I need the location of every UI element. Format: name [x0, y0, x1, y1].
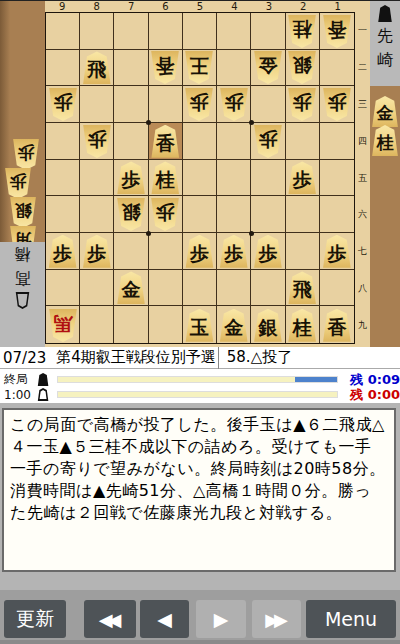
- board-cell-8-2[interactable]: 飛: [80, 50, 114, 87]
- gote-clock-row: 1:00 残 0:00: [0, 387, 400, 402]
- board-cell-9-3[interactable]: 歩: [46, 86, 80, 123]
- next-move-button[interactable]: ▶: [196, 600, 246, 638]
- piece-gote-王: 王: [184, 51, 214, 84]
- board-cell-5-2[interactable]: 王: [183, 50, 217, 87]
- update-button[interactable]: 更新: [4, 600, 66, 638]
- file-labels: 987654321: [45, 1, 355, 12]
- piece-gote-歩: 歩: [322, 88, 352, 121]
- commentary-text: この局面で高橋が投了した。後手玉は▲６二飛成△４一玉▲５三桂不成以下の詰めろ。受…: [4, 410, 394, 528]
- piece-sente-桂: 桂: [150, 161, 180, 194]
- piece-gote-歩: 歩: [253, 125, 283, 158]
- board-cell-1-2[interactable]: [320, 50, 354, 87]
- piece-sente-歩: 歩: [322, 235, 352, 268]
- board-cell-7-1[interactable]: [114, 13, 148, 50]
- hand-piece-桂: 桂: [371, 125, 399, 156]
- sente-piece-icon: [378, 5, 393, 22]
- board-cell-4-4[interactable]: [217, 123, 251, 160]
- board-cell-6-2[interactable]: 香: [149, 50, 183, 87]
- fast-forward-icon: ▶▶: [265, 609, 288, 630]
- piece-gote-香: 香: [322, 15, 352, 48]
- commentary-section: この局面で高橋が投了した。後手玉は▲６二飛成△４一玉▲５三桂不成以下の詰めろ。受…: [0, 403, 400, 590]
- board-cell-2-1[interactable]: 桂: [286, 13, 320, 50]
- file-label: 8: [79, 1, 113, 12]
- rank-label: 六: [355, 196, 370, 233]
- piece-sente-桂: 桂: [287, 309, 317, 342]
- piece-sente-歩: 歩: [287, 161, 317, 194]
- board-cell-3-9[interactable]: 銀: [251, 306, 285, 343]
- board-cell-6-4[interactable]: 香: [149, 123, 183, 160]
- piece-sente-金: 金: [219, 309, 249, 342]
- board-cell-7-8[interactable]: 金: [114, 270, 148, 307]
- piece-sente-歩: 歩: [116, 161, 146, 194]
- board-cell-5-3[interactable]: 歩: [183, 86, 217, 123]
- piece-sente-歩: 歩: [82, 235, 112, 268]
- board-cell-2-3[interactable]: 歩: [286, 86, 320, 123]
- piece-gote-歩: 歩: [219, 88, 249, 121]
- board-cell-2-7[interactable]: [286, 233, 320, 270]
- rank-label: 一: [355, 12, 370, 49]
- piece-gote-歩: 歩: [82, 125, 112, 158]
- file-label: 6: [148, 1, 182, 12]
- star-point: [146, 231, 151, 236]
- piece-sente-香: 香: [150, 125, 180, 158]
- rank-label: 四: [355, 123, 370, 160]
- clock-panel: 終局 残 0:09 1:00 残 0:00: [0, 369, 400, 403]
- board-cell-2-6[interactable]: [286, 196, 320, 233]
- board-cell-2-8[interactable]: 飛: [286, 270, 320, 307]
- file-label: 4: [217, 1, 251, 12]
- board-cell-6-7[interactable]: [149, 233, 183, 270]
- board-cell-4-9[interactable]: 金: [217, 306, 251, 343]
- board-cell-9-4[interactable]: [46, 123, 80, 160]
- rank-label: 三: [355, 86, 370, 123]
- board-cell-8-8[interactable]: [80, 270, 114, 307]
- header-divider: [218, 347, 219, 369]
- piece-gote-馬: 馬: [48, 309, 78, 342]
- board-cell-5-6[interactable]: [183, 196, 217, 233]
- board-cell-7-6[interactable]: 銀: [114, 196, 148, 233]
- board-zone: 987654321 一二三四五六七八九 桂香飛香王金銀歩歩歩歩歩歩香歩歩桂歩銀歩…: [0, 0, 400, 347]
- file-label: 5: [183, 1, 217, 12]
- game-header: 07/23 第4期叡王戦段位別予選 58.△投了: [0, 347, 400, 369]
- gote-hand-tray[interactable]: 歩歩銀角: [0, 1, 45, 242]
- board-cell-3-1[interactable]: [251, 13, 285, 50]
- board-cell-9-1[interactable]: [46, 13, 80, 50]
- rank-label: 七: [355, 233, 370, 270]
- piece-sente-金: 金: [116, 271, 146, 304]
- file-label: 2: [286, 1, 320, 12]
- commentary-box[interactable]: この局面で高橋が投了した。後手玉は▲６二飛成△４一玉▲５三桂不成以下の詰めろ。受…: [2, 408, 396, 572]
- board-cell-7-9[interactable]: [114, 306, 148, 343]
- rank-label: 二: [355, 49, 370, 86]
- event-name: 第4期叡王戦段位別予選: [56, 348, 216, 367]
- star-point: [249, 120, 254, 125]
- board-cell-4-6[interactable]: [217, 196, 251, 233]
- board-cell-5-7[interactable]: 歩: [183, 233, 217, 270]
- board-cell-1-3[interactable]: 歩: [320, 86, 354, 123]
- rank-label: 九: [355, 307, 370, 344]
- sente-piece-icon: [37, 373, 49, 386]
- board-cell-8-4[interactable]: 歩: [80, 123, 114, 160]
- rank-label: 五: [355, 160, 370, 197]
- sente-clock-label: 終局: [4, 371, 33, 388]
- board-cell-6-5[interactable]: 桂: [149, 160, 183, 197]
- piece-sente-香: 香: [322, 309, 352, 342]
- board-cell-6-3[interactable]: [149, 86, 183, 123]
- board-cell-8-6[interactable]: [80, 196, 114, 233]
- piece-gote-歩: 歩: [150, 198, 180, 231]
- piece-gote-歩: 歩: [287, 88, 317, 121]
- file-label: 9: [45, 1, 79, 12]
- menu-button[interactable]: Menu: [306, 600, 396, 638]
- board-cell-1-6[interactable]: [320, 196, 354, 233]
- board-cell-1-1[interactable]: 香: [320, 13, 354, 50]
- file-label: 3: [252, 1, 286, 12]
- board-cell-9-6[interactable]: [46, 196, 80, 233]
- board-cell-7-4[interactable]: [114, 123, 148, 160]
- board-cell-9-5[interactable]: [46, 160, 80, 197]
- star-point: [146, 120, 151, 125]
- board-cell-2-5[interactable]: 歩: [286, 160, 320, 197]
- fast-forward-button[interactable]: ▶▶: [252, 600, 301, 638]
- board-cell-3-5[interactable]: [251, 160, 285, 197]
- board-cell-1-7[interactable]: 歩: [320, 233, 354, 270]
- piece-gote-銀: 銀: [287, 51, 317, 84]
- gote-time-bar: [57, 391, 338, 398]
- board-cell-7-7[interactable]: [114, 233, 148, 270]
- board-cell-3-7[interactable]: 歩: [251, 233, 285, 270]
- board-cell-8-9[interactable]: [80, 306, 114, 343]
- gote-clock-label: 1:00: [4, 388, 33, 402]
- board-cell-1-5[interactable]: [320, 160, 354, 197]
- board-cell-8-3[interactable]: [80, 86, 114, 123]
- current-move: 58.△投了: [227, 348, 292, 367]
- rewind-button[interactable]: ◀◀: [84, 600, 136, 638]
- board-cell-8-1[interactable]: [80, 13, 114, 50]
- board-cell-4-1[interactable]: [217, 13, 251, 50]
- shogi-board[interactable]: 桂香飛香王金銀歩歩歩歩歩歩香歩歩桂歩銀歩歩歩歩歩歩歩金飛馬玉金銀桂香: [45, 12, 355, 344]
- file-label: 7: [114, 1, 148, 12]
- prev-move-button[interactable]: ◀: [140, 600, 189, 638]
- board-cell-9-7[interactable]: 歩: [46, 233, 80, 270]
- board-cell-7-2[interactable]: [114, 50, 148, 87]
- board-cell-6-9[interactable]: [149, 306, 183, 343]
- gote-piece-icon: [15, 292, 30, 309]
- board-cell-9-2[interactable]: [46, 50, 80, 87]
- gote-piece-icon: [37, 388, 49, 401]
- piece-gote-歩: 歩: [48, 88, 78, 121]
- piece-sente-玉: 玉: [184, 309, 214, 342]
- board-cell-7-3[interactable]: [114, 86, 148, 123]
- piece-sente-歩: 歩: [184, 235, 214, 268]
- toolbar: 更新 ◀◀ ◀ ▶ ▶▶ Menu: [0, 590, 400, 644]
- board-cell-8-7[interactable]: 歩: [80, 233, 114, 270]
- board-cell-6-8[interactable]: [149, 270, 183, 307]
- board-cell-3-4[interactable]: 歩: [251, 123, 285, 160]
- board-cell-4-2[interactable]: [217, 50, 251, 87]
- piece-sente-歩: 歩: [253, 235, 283, 268]
- board-cell-1-4[interactable]: [320, 123, 354, 160]
- board-cell-8-5[interactable]: [80, 160, 114, 197]
- shogi-app: 987654321 一二三四五六七八九 桂香飛香王金銀歩歩歩歩歩歩香歩歩桂歩銀歩…: [0, 0, 400, 644]
- next-icon: ▶: [214, 608, 229, 630]
- board-cell-6-6[interactable]: 歩: [149, 196, 183, 233]
- board-cell-5-4[interactable]: [183, 123, 217, 160]
- rewind-icon: ◀◀: [99, 609, 122, 630]
- board-cell-4-8[interactable]: [217, 270, 251, 307]
- piece-gote-桂: 桂: [287, 15, 317, 48]
- star-point: [249, 231, 254, 236]
- hand-piece-金: 金: [371, 96, 399, 127]
- board-cell-5-5[interactable]: [183, 160, 217, 197]
- hand-piece-銀: 銀: [9, 197, 37, 228]
- board-cell-3-3[interactable]: [251, 86, 285, 123]
- game-date: 07/23: [3, 349, 46, 367]
- board-cell-5-1[interactable]: [183, 13, 217, 50]
- board-cell-2-4[interactable]: [286, 123, 320, 160]
- board-cell-6-1[interactable]: [149, 13, 183, 50]
- board-cell-9-8[interactable]: [46, 270, 80, 307]
- piece-sente-歩: 歩: [219, 235, 249, 268]
- sente-hand-tray[interactable]: 金桂: [370, 86, 400, 348]
- board-cell-4-3[interactable]: 歩: [217, 86, 251, 123]
- piece-gote-金: 金: [253, 51, 283, 84]
- board-cell-1-9[interactable]: 香: [320, 306, 354, 343]
- piece-gote-歩: 歩: [184, 88, 214, 121]
- board-cell-3-2[interactable]: 金: [251, 50, 285, 87]
- rank-label: 八: [355, 270, 370, 307]
- piece-gote-香: 香: [150, 51, 180, 84]
- board-cell-4-5[interactable]: [217, 160, 251, 197]
- board-cell-3-6[interactable]: [251, 196, 285, 233]
- hand-piece-歩: 歩: [12, 139, 40, 170]
- sente-time-bar: [57, 376, 338, 383]
- piece-sente-飛: 飛: [82, 51, 112, 84]
- board-cell-2-9[interactable]: 桂: [286, 306, 320, 343]
- rank-labels: 一二三四五六七八九: [355, 12, 370, 344]
- board-cell-5-8[interactable]: [183, 270, 217, 307]
- hand-piece-歩: 歩: [4, 168, 32, 199]
- piece-sente-銀: 銀: [253, 309, 283, 342]
- prev-icon: ◀: [157, 608, 172, 630]
- board-cell-2-2[interactable]: 銀: [286, 50, 320, 87]
- gote-player-badge: 髙橋: [0, 242, 45, 348]
- sente-player-badge: 先崎: [370, 1, 400, 86]
- board-cell-9-9[interactable]: 馬: [46, 306, 80, 343]
- board-cell-5-9[interactable]: 玉: [183, 306, 217, 343]
- sente-player-name: 先崎: [370, 24, 400, 72]
- board-cell-7-5[interactable]: 歩: [114, 160, 148, 197]
- board-cell-3-8[interactable]: [251, 270, 285, 307]
- gote-time-remaining: 残 0:00: [340, 386, 400, 404]
- file-label: 1: [321, 1, 355, 12]
- piece-gote-銀: 銀: [116, 198, 146, 231]
- piece-sente-飛: 飛: [287, 271, 317, 304]
- gote-player-name: 髙橋: [0, 242, 45, 290]
- piece-sente-歩: 歩: [48, 235, 78, 268]
- board-cell-4-7[interactable]: 歩: [217, 233, 251, 270]
- board-cell-1-8[interactable]: [320, 270, 354, 307]
